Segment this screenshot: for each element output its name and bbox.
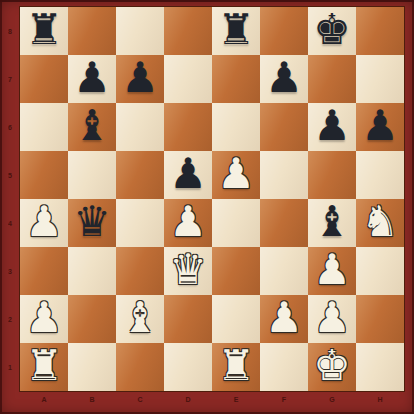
white-pawn-g3[interactable]: ♟	[313, 249, 351, 291]
square-h5[interactable]	[356, 151, 404, 199]
white-rook-e1[interactable]: ♜	[217, 345, 255, 387]
square-c3[interactable]	[116, 247, 164, 295]
white-pawn-a4[interactable]: ♟	[25, 201, 63, 243]
rank-label-3: 3	[0, 247, 20, 295]
file-labels: ABCDEFGH	[20, 392, 404, 412]
rank-label-1: 1	[0, 343, 20, 391]
square-f6[interactable]	[260, 103, 308, 151]
square-b6[interactable]: ♝	[68, 103, 116, 151]
rank-label-5: 5	[0, 151, 20, 199]
black-bishop-g4[interactable]: ♝	[313, 201, 351, 243]
white-queen-d3[interactable]: ♛	[169, 249, 207, 291]
black-pawn-d5[interactable]: ♟	[169, 153, 207, 195]
square-h4[interactable]: ♞	[356, 199, 404, 247]
chess-board-frame: 87654321 ♜♜♚♟♟♟♝♟♟♟♟♟♛♟♝♞♛♟♟♝♟♟♜♜♚ ABCDE…	[0, 0, 414, 414]
black-rook-e8[interactable]: ♜	[217, 9, 255, 51]
square-b4[interactable]: ♛	[68, 199, 116, 247]
square-g6[interactable]: ♟	[308, 103, 356, 151]
square-g5[interactable]	[308, 151, 356, 199]
square-a8[interactable]: ♜	[20, 7, 68, 55]
square-g8[interactable]: ♚	[308, 7, 356, 55]
black-rook-a8[interactable]: ♜	[25, 9, 63, 51]
square-c5[interactable]	[116, 151, 164, 199]
square-a1[interactable]: ♜	[20, 343, 68, 391]
square-d6[interactable]	[164, 103, 212, 151]
rank-label-8: 8	[0, 7, 20, 55]
square-a6[interactable]	[20, 103, 68, 151]
white-bishop-c2[interactable]: ♝	[121, 297, 159, 339]
square-b3[interactable]	[68, 247, 116, 295]
square-b1[interactable]	[68, 343, 116, 391]
square-h8[interactable]	[356, 7, 404, 55]
square-e4[interactable]	[212, 199, 260, 247]
square-a3[interactable]	[20, 247, 68, 295]
white-pawn-g2[interactable]: ♟	[313, 297, 351, 339]
square-a7[interactable]	[20, 55, 68, 103]
square-h6[interactable]: ♟	[356, 103, 404, 151]
file-label-f: F	[260, 392, 308, 412]
square-a4[interactable]: ♟	[20, 199, 68, 247]
square-f7[interactable]: ♟	[260, 55, 308, 103]
square-e1[interactable]: ♜	[212, 343, 260, 391]
square-d2[interactable]	[164, 295, 212, 343]
square-d3[interactable]: ♛	[164, 247, 212, 295]
square-g3[interactable]: ♟	[308, 247, 356, 295]
file-label-a: A	[20, 392, 68, 412]
square-h1[interactable]	[356, 343, 404, 391]
square-e6[interactable]	[212, 103, 260, 151]
black-pawn-f7[interactable]: ♟	[265, 57, 303, 99]
square-c1[interactable]	[116, 343, 164, 391]
black-queen-b4[interactable]: ♛	[73, 201, 111, 243]
square-f2[interactable]: ♟	[260, 295, 308, 343]
square-c8[interactable]	[116, 7, 164, 55]
rank-labels: 87654321	[0, 7, 20, 391]
black-pawn-h6[interactable]: ♟	[361, 105, 399, 147]
square-e7[interactable]	[212, 55, 260, 103]
black-pawn-b7[interactable]: ♟	[73, 57, 111, 99]
square-d8[interactable]	[164, 7, 212, 55]
square-g7[interactable]	[308, 55, 356, 103]
rank-label-2: 2	[0, 295, 20, 343]
white-pawn-f2[interactable]: ♟	[265, 297, 303, 339]
square-g4[interactable]: ♝	[308, 199, 356, 247]
square-b7[interactable]: ♟	[68, 55, 116, 103]
square-b2[interactable]	[68, 295, 116, 343]
file-label-c: C	[116, 392, 164, 412]
chess-board: ♜♜♚♟♟♟♝♟♟♟♟♟♛♟♝♞♛♟♟♝♟♟♜♜♚	[20, 7, 404, 391]
white-pawn-d4[interactable]: ♟	[169, 201, 207, 243]
square-g1[interactable]: ♚	[308, 343, 356, 391]
square-f4[interactable]	[260, 199, 308, 247]
rank-label-7: 7	[0, 55, 20, 103]
square-c4[interactable]	[116, 199, 164, 247]
square-e3[interactable]	[212, 247, 260, 295]
black-pawn-c7[interactable]: ♟	[121, 57, 159, 99]
file-label-h: H	[356, 392, 404, 412]
square-a2[interactable]: ♟	[20, 295, 68, 343]
black-king-g8[interactable]: ♚	[313, 9, 351, 51]
square-h3[interactable]	[356, 247, 404, 295]
square-c7[interactable]: ♟	[116, 55, 164, 103]
black-pawn-g6[interactable]: ♟	[313, 105, 351, 147]
file-label-d: D	[164, 392, 212, 412]
square-f1[interactable]	[260, 343, 308, 391]
square-g2[interactable]: ♟	[308, 295, 356, 343]
square-c6[interactable]	[116, 103, 164, 151]
file-label-e: E	[212, 392, 260, 412]
square-d1[interactable]	[164, 343, 212, 391]
square-f8[interactable]	[260, 7, 308, 55]
file-label-b: B	[68, 392, 116, 412]
square-e5[interactable]: ♟	[212, 151, 260, 199]
black-bishop-b6[interactable]: ♝	[73, 105, 111, 147]
white-pawn-e5[interactable]: ♟	[217, 153, 255, 195]
square-d4[interactable]: ♟	[164, 199, 212, 247]
square-d5[interactable]: ♟	[164, 151, 212, 199]
square-b8[interactable]	[68, 7, 116, 55]
square-h7[interactable]	[356, 55, 404, 103]
white-king-g1[interactable]: ♚	[313, 345, 351, 387]
square-c2[interactable]: ♝	[116, 295, 164, 343]
square-b5[interactable]	[68, 151, 116, 199]
square-f5[interactable]	[260, 151, 308, 199]
rank-label-6: 6	[0, 103, 20, 151]
square-e8[interactable]: ♜	[212, 7, 260, 55]
rank-label-4: 4	[0, 199, 20, 247]
white-pawn-a2[interactable]: ♟	[25, 297, 63, 339]
file-label-g: G	[308, 392, 356, 412]
white-knight-h4[interactable]: ♞	[361, 201, 399, 243]
white-rook-a1[interactable]: ♜	[25, 345, 63, 387]
square-e2[interactable]	[212, 295, 260, 343]
square-a5[interactable]	[20, 151, 68, 199]
square-f3[interactable]	[260, 247, 308, 295]
square-d7[interactable]	[164, 55, 212, 103]
square-h2[interactable]	[356, 295, 404, 343]
